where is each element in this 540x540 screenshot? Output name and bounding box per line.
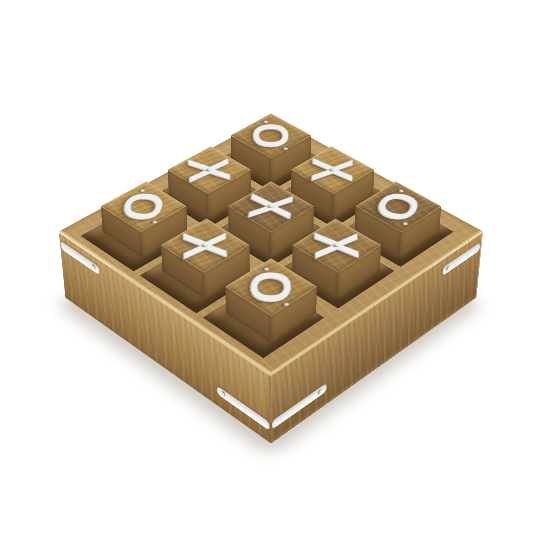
- screw-icon: [263, 121, 268, 124]
- screw-icon: [139, 189, 145, 192]
- corner-bracket: [217, 385, 270, 430]
- screw-icon: [92, 264, 96, 270]
- o-glyph: O: [114, 191, 173, 222]
- screw-icon: [263, 268, 269, 271]
- screw-icon: [330, 168, 335, 171]
- board: O X: [59, 116, 483, 375]
- corner-bracket: [272, 383, 327, 430]
- screw-icon: [446, 265, 450, 271]
- o-glyph: O: [242, 270, 300, 304]
- screw-icon: [221, 391, 225, 397]
- product-photo: O X: [0, 0, 540, 540]
- o-glyph: O: [246, 123, 296, 149]
- screw-icon: [401, 222, 407, 226]
- scene: O X: [0, 0, 540, 540]
- screw-icon: [334, 244, 339, 247]
- screw-icon: [318, 388, 322, 394]
